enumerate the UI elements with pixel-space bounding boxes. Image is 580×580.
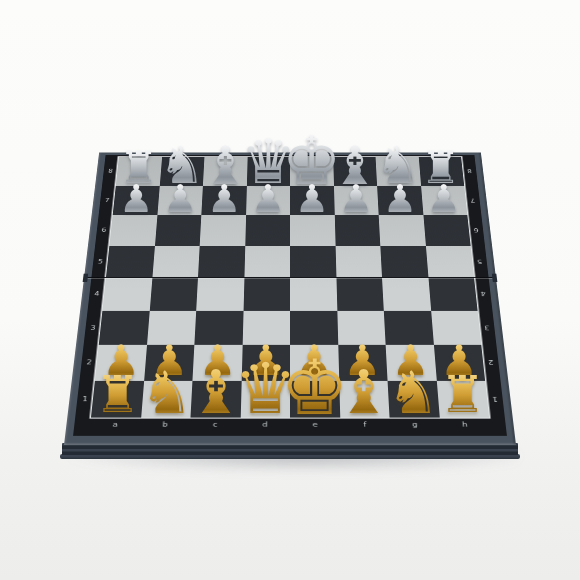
square-g5[interactable] [380, 246, 428, 278]
rank-label-right-4: 4 [474, 291, 493, 298]
rank-label-left-6: 6 [95, 227, 113, 233]
rank-label-right-5: 5 [470, 258, 489, 264]
silver-pawn-d7[interactable]: ♟ [249, 180, 287, 218]
square-g4[interactable] [382, 277, 431, 310]
gold-rook-h1[interactable]: ♜ [437, 370, 488, 421]
square-d5[interactable] [244, 246, 290, 278]
silver-pawn-g7[interactable]: ♟ [381, 180, 419, 218]
square-c4[interactable] [196, 277, 244, 310]
rank-label-right-8: 8 [461, 168, 479, 174]
hinge-right [492, 274, 498, 282]
rank-label-left-5: 5 [91, 258, 110, 264]
silver-pawn-e7[interactable]: ♟ [293, 180, 331, 218]
rank-label-left-4: 4 [87, 291, 106, 298]
square-d4[interactable] [243, 277, 290, 310]
rank-label-left-3: 3 [83, 324, 103, 331]
fold-seam [84, 277, 496, 279]
square-b5[interactable] [152, 246, 200, 278]
square-f5[interactable] [335, 246, 382, 278]
square-b4[interactable] [149, 277, 198, 310]
silver-pawn-c7[interactable]: ♟ [205, 180, 243, 218]
rank-label-right-3: 3 [477, 324, 497, 331]
rank-label-left-7: 7 [98, 197, 116, 203]
square-e5[interactable] [290, 246, 336, 278]
square-h4[interactable] [428, 277, 478, 310]
square-a4[interactable] [102, 277, 152, 310]
hinge-left [83, 274, 89, 282]
square-a5[interactable] [106, 246, 155, 278]
rank-label-right-7: 7 [464, 197, 482, 203]
silver-pawn-h7[interactable]: ♟ [425, 180, 463, 218]
silver-pawn-f7[interactable]: ♟ [337, 180, 375, 218]
gold-knight-g1[interactable]: ♞ [384, 364, 443, 423]
photo-background: 8877665544332211abcdefgh ♜♞♝♛♚♝♞♜♟♟♟♟♟♟♟… [0, 0, 580, 580]
gold-rook-a1[interactable]: ♜ [92, 370, 143, 421]
silver-pawn-b7[interactable]: ♟ [161, 180, 199, 218]
rank-label-right-6: 6 [467, 227, 485, 233]
square-e4[interactable] [290, 277, 337, 310]
square-f4[interactable] [336, 277, 384, 310]
square-c5[interactable] [198, 246, 245, 278]
square-h5[interactable] [425, 246, 474, 278]
silver-pawn-a7[interactable]: ♟ [117, 180, 155, 218]
